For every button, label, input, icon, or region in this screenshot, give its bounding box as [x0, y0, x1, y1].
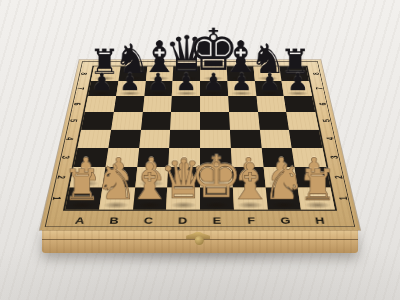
square-a6[interactable] — [85, 96, 116, 112]
black-pawn-a7[interactable]: ♟ — [91, 70, 113, 94]
square-g6[interactable] — [256, 96, 286, 112]
black-pawn-c7[interactable]: ♟ — [147, 70, 169, 94]
square-h5[interactable] — [286, 112, 318, 129]
board-top-face: 87654321 87654321 ABCDEFGH ♜♞♝♛♚♝♞♜♟♟♟♟♟… — [40, 60, 360, 230]
square-h7[interactable]: ♟ — [282, 81, 312, 96]
file-label-e: E — [200, 211, 235, 229]
square-e6[interactable] — [200, 96, 229, 112]
box-front-edge — [42, 228, 358, 253]
square-e7[interactable]: ♟ — [200, 81, 228, 96]
square-b6[interactable] — [114, 96, 144, 112]
play-area: ♜♞♝♛♚♝♞♜♟♟♟♟♟♟♟♟♟♟♟♟♟♟♟♟♜♞♝♛♚♝♞♜ — [63, 66, 337, 211]
square-b7[interactable]: ♟ — [116, 81, 146, 96]
square-g1[interactable]: ♞ — [265, 187, 301, 209]
file-labels-bottom: ABCDEFGH — [61, 211, 339, 229]
square-a5[interactable] — [81, 112, 113, 129]
square-b5[interactable] — [111, 112, 142, 129]
square-g7[interactable]: ♟ — [254, 81, 284, 96]
chess-set-photo: 87654321 87654321 ABCDEFGH ♜♞♝♛♚♝♞♜♟♟♟♟♟… — [0, 0, 400, 300]
square-g5[interactable] — [258, 112, 289, 129]
chess-board: 87654321 87654321 ABCDEFGH ♜♞♝♛♚♝♞♜♟♟♟♟♟… — [40, 60, 360, 230]
black-pawn-g7[interactable]: ♟ — [259, 70, 281, 94]
square-h4[interactable] — [289, 129, 322, 147]
square-c6[interactable] — [142, 96, 172, 112]
square-c5[interactable] — [141, 112, 172, 129]
black-pawn-e7[interactable]: ♟ — [203, 70, 225, 94]
square-a4[interactable] — [78, 129, 111, 147]
square-d6[interactable] — [171, 96, 200, 112]
square-c4[interactable] — [139, 129, 171, 147]
square-g4[interactable] — [259, 129, 291, 147]
square-h1[interactable]: ♜ — [298, 187, 335, 209]
black-pawn-f7[interactable]: ♟ — [231, 70, 253, 94]
file-label-c: C — [131, 211, 167, 229]
file-label-d: D — [165, 211, 200, 229]
clasp-knob-icon — [195, 236, 204, 245]
black-pawn-h7[interactable]: ♟ — [287, 70, 309, 94]
square-c7[interactable]: ♟ — [144, 81, 173, 96]
file-label-g: G — [268, 211, 305, 229]
black-pawn-b7[interactable]: ♟ — [119, 70, 141, 94]
file-label-f: F — [234, 211, 270, 229]
square-e5[interactable] — [200, 112, 230, 129]
square-b4[interactable] — [108, 129, 140, 147]
square-f7[interactable]: ♟ — [227, 81, 256, 96]
black-pawn-d7[interactable]: ♟ — [175, 70, 197, 94]
square-d7[interactable]: ♟ — [172, 81, 200, 96]
square-f6[interactable] — [228, 96, 258, 112]
file-label-a: A — [61, 211, 98, 229]
square-d5[interactable] — [170, 112, 200, 129]
square-h6[interactable] — [284, 96, 315, 112]
file-label-b: B — [96, 211, 133, 229]
file-label-h: H — [301, 211, 338, 229]
white-rook-h1[interactable]: ♜ — [298, 164, 336, 207]
square-a7[interactable]: ♟ — [88, 81, 118, 96]
square-f5[interactable] — [229, 112, 260, 129]
